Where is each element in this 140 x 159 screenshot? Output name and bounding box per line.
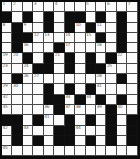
white-cell[interactable] xyxy=(127,12,137,22)
white-cell[interactable] xyxy=(44,43,54,53)
white-cell[interactable]: 9 xyxy=(23,23,33,33)
white-cell[interactable] xyxy=(33,53,43,63)
black-cell xyxy=(54,136,64,146)
black-cell xyxy=(117,74,127,84)
white-cell[interactable] xyxy=(75,136,85,146)
white-cell[interactable]: 27 xyxy=(33,74,43,84)
white-cell[interactable] xyxy=(12,12,22,22)
white-cell[interactable] xyxy=(96,115,106,125)
clue-number: 22 xyxy=(117,53,122,58)
black-cell xyxy=(127,115,137,125)
white-cell[interactable] xyxy=(86,43,96,53)
white-cell[interactable]: 20 xyxy=(12,53,22,63)
white-cell[interactable] xyxy=(33,84,43,94)
white-cell[interactable]: 10 xyxy=(75,23,85,33)
clue-number: 42 xyxy=(3,126,8,131)
white-cell[interactable]: 13 xyxy=(44,33,54,43)
white-cell[interactable] xyxy=(75,74,85,84)
white-cell[interactable]: 7 xyxy=(127,2,137,12)
black-cell xyxy=(86,53,96,63)
white-cell[interactable] xyxy=(127,64,137,74)
white-cell[interactable] xyxy=(106,74,116,84)
clue-number: 32 xyxy=(3,95,8,100)
clue-number: 34 xyxy=(86,95,91,100)
black-cell xyxy=(44,12,54,22)
black-cell xyxy=(106,115,116,125)
white-cell[interactable] xyxy=(127,74,137,84)
clue-number: 8 xyxy=(3,23,6,28)
white-cell[interactable] xyxy=(23,146,33,156)
white-cell[interactable] xyxy=(54,115,64,125)
white-cell[interactable]: 26 xyxy=(23,74,33,84)
white-cell[interactable] xyxy=(65,2,75,12)
black-cell xyxy=(12,33,22,43)
white-cell[interactable] xyxy=(33,126,43,136)
black-cell xyxy=(33,136,43,146)
black-cell xyxy=(86,64,96,74)
white-cell[interactable] xyxy=(54,64,64,74)
black-cell xyxy=(12,23,22,33)
clue-number: 33 xyxy=(65,95,70,100)
white-cell[interactable] xyxy=(127,84,137,94)
white-cell[interactable] xyxy=(96,126,106,136)
white-cell[interactable] xyxy=(86,105,96,115)
white-cell[interactable] xyxy=(33,12,43,22)
clue-number: 4 xyxy=(55,2,58,7)
white-cell[interactable] xyxy=(96,146,106,156)
white-cell[interactable] xyxy=(54,84,64,94)
clue-number: 44 xyxy=(76,126,81,131)
white-cell[interactable] xyxy=(96,53,106,63)
white-cell[interactable] xyxy=(33,95,43,105)
white-cell[interactable] xyxy=(106,23,116,33)
clue-number: 38 xyxy=(76,105,81,110)
white-cell[interactable] xyxy=(54,74,64,84)
clue-number: 37 xyxy=(65,105,70,110)
white-cell[interactable] xyxy=(127,105,137,115)
white-cell[interactable] xyxy=(106,33,116,43)
white-cell[interactable] xyxy=(54,146,64,156)
white-cell[interactable] xyxy=(44,2,54,12)
white-cell[interactable] xyxy=(96,136,106,146)
clue-number: 6 xyxy=(107,2,110,7)
white-cell[interactable]: 39 xyxy=(96,105,106,115)
black-cell xyxy=(33,115,43,125)
white-cell[interactable] xyxy=(12,95,22,105)
white-cell[interactable]: 31 xyxy=(96,84,106,94)
clue-number: 14 xyxy=(65,33,70,38)
white-cell[interactable]: 44 xyxy=(75,126,85,136)
white-cell[interactable] xyxy=(86,126,96,136)
white-cell[interactable] xyxy=(117,146,127,156)
crossword-board: 1234567891011121314151617181920212223242… xyxy=(0,0,140,159)
clue-number: 7 xyxy=(128,2,131,7)
white-cell[interactable]: 17 xyxy=(65,43,75,53)
black-cell xyxy=(44,53,54,63)
white-cell[interactable] xyxy=(33,146,43,156)
white-cell[interactable]: 30 xyxy=(12,84,22,94)
white-cell[interactable] xyxy=(44,146,54,156)
clue-number: 24 xyxy=(23,64,28,69)
white-cell[interactable] xyxy=(127,146,137,156)
black-cell xyxy=(65,126,75,136)
white-cell[interactable] xyxy=(106,43,116,53)
white-cell[interactable] xyxy=(127,53,137,63)
white-cell[interactable] xyxy=(12,105,22,115)
white-cell[interactable] xyxy=(44,74,54,84)
white-cell[interactable] xyxy=(12,64,22,74)
clue-number: 29 xyxy=(3,84,8,89)
clue-number: 45 xyxy=(3,146,8,151)
white-cell[interactable] xyxy=(75,64,85,74)
white-cell[interactable] xyxy=(23,95,33,105)
clue-number: 23 xyxy=(3,64,8,69)
black-cell xyxy=(65,136,75,146)
white-cell[interactable] xyxy=(65,146,75,156)
black-cell xyxy=(12,115,22,125)
black-cell xyxy=(106,136,116,146)
white-cell[interactable] xyxy=(75,2,85,12)
white-cell[interactable]: 34 xyxy=(86,95,96,105)
black-cell xyxy=(106,126,116,136)
white-cell[interactable]: 2 xyxy=(12,2,22,12)
black-cell xyxy=(65,53,75,63)
white-cell[interactable] xyxy=(33,43,43,53)
white-cell[interactable]: 43 xyxy=(23,126,33,136)
white-cell[interactable] xyxy=(106,95,116,105)
white-cell[interactable] xyxy=(106,146,116,156)
black-cell xyxy=(86,115,96,125)
white-cell[interactable]: 1 xyxy=(2,2,12,12)
black-cell xyxy=(54,126,64,136)
white-cell[interactable]: 18 xyxy=(96,43,106,53)
clue-number: 13 xyxy=(44,33,49,38)
clue-number: 39 xyxy=(96,105,101,110)
clue-number: 1 xyxy=(3,2,6,7)
white-cell[interactable] xyxy=(106,12,116,22)
white-cell[interactable] xyxy=(117,2,127,12)
clue-number: 36 xyxy=(44,105,49,110)
white-cell[interactable] xyxy=(75,53,85,63)
clue-number: 19 xyxy=(3,53,8,58)
black-cell xyxy=(117,33,127,43)
white-cell[interactable] xyxy=(44,126,54,136)
black-cell xyxy=(54,95,64,105)
white-cell[interactable] xyxy=(127,43,137,53)
clue-number: 25 xyxy=(107,64,112,69)
white-cell[interactable] xyxy=(2,33,12,43)
black-cell xyxy=(117,12,127,22)
white-cell[interactable]: 6 xyxy=(106,2,116,12)
white-cell[interactable] xyxy=(54,33,64,43)
clue-number: 3 xyxy=(34,2,37,7)
white-cell[interactable] xyxy=(117,126,127,136)
black-cell xyxy=(12,126,22,136)
black-cell xyxy=(44,84,54,94)
white-cell[interactable]: 3 xyxy=(33,2,43,12)
white-cell[interactable] xyxy=(117,136,127,146)
white-cell[interactable]: 21 xyxy=(54,53,64,63)
clue-number: 20 xyxy=(13,53,18,58)
white-cell[interactable] xyxy=(23,105,33,115)
black-cell xyxy=(127,126,137,136)
white-cell[interactable] xyxy=(86,12,96,22)
white-cell[interactable]: 41 xyxy=(44,115,54,125)
clue-number: 28 xyxy=(96,74,101,79)
white-cell[interactable]: 37 xyxy=(65,105,75,115)
white-cell[interactable] xyxy=(117,84,127,94)
clue-number: 5 xyxy=(86,2,89,7)
white-cell[interactable] xyxy=(65,74,75,84)
white-cell[interactable] xyxy=(86,74,96,84)
clue-number: 27 xyxy=(34,74,39,79)
white-cell[interactable] xyxy=(23,136,33,146)
white-cell[interactable] xyxy=(117,64,127,74)
crossword-grid: 1234567891011121314151617181920212223242… xyxy=(2,2,138,156)
black-cell xyxy=(117,23,127,33)
white-cell[interactable] xyxy=(12,146,22,156)
clue-number: 41 xyxy=(44,115,49,120)
clue-number: 16 xyxy=(23,43,28,48)
white-cell[interactable]: 23 xyxy=(2,64,12,74)
white-cell[interactable]: 40 xyxy=(117,105,127,115)
clue-number: 30 xyxy=(13,84,18,89)
white-cell[interactable] xyxy=(54,12,64,22)
clue-number: 9 xyxy=(23,23,26,28)
white-cell[interactable] xyxy=(75,43,85,53)
clue-number: 15 xyxy=(86,33,91,38)
clue-number: 18 xyxy=(96,43,101,48)
white-cell[interactable]: 4 xyxy=(54,2,64,12)
clue-number: 35 xyxy=(3,105,8,110)
white-cell[interactable] xyxy=(23,2,33,12)
black-cell xyxy=(65,12,75,22)
white-cell[interactable]: 35 xyxy=(2,105,12,115)
black-cell xyxy=(106,105,116,115)
clue-number: 40 xyxy=(117,105,122,110)
clue-number: 17 xyxy=(65,43,70,48)
clue-number: 10 xyxy=(76,23,81,28)
white-cell[interactable]: 15 xyxy=(86,33,96,43)
white-cell[interactable] xyxy=(23,84,33,94)
clue-number: 43 xyxy=(23,126,28,131)
white-cell[interactable] xyxy=(127,95,137,105)
white-cell[interactable]: 22 xyxy=(117,53,127,63)
white-cell[interactable]: 25 xyxy=(106,64,116,74)
white-cell[interactable] xyxy=(106,84,116,94)
white-cell[interactable] xyxy=(33,105,43,115)
black-cell xyxy=(65,64,75,74)
white-cell[interactable] xyxy=(54,23,64,33)
white-cell[interactable]: 38 xyxy=(75,105,85,115)
black-cell xyxy=(54,105,64,115)
white-cell[interactable] xyxy=(117,115,127,125)
black-cell xyxy=(65,115,75,125)
white-cell[interactable] xyxy=(75,33,85,43)
black-cell xyxy=(127,136,137,146)
white-cell[interactable]: 11 xyxy=(96,23,106,33)
black-cell xyxy=(12,136,22,146)
clue-number: 12 xyxy=(34,33,39,38)
white-cell[interactable]: 5 xyxy=(86,2,96,12)
white-cell[interactable]: 8 xyxy=(2,23,12,33)
clue-number: 2 xyxy=(13,2,16,7)
white-cell[interactable]: 12 xyxy=(33,33,43,43)
clue-number: 26 xyxy=(23,74,28,79)
black-cell xyxy=(86,136,96,146)
white-cell[interactable]: 45 xyxy=(2,146,12,156)
clue-number: 31 xyxy=(96,84,101,89)
clue-number: 11 xyxy=(96,23,101,28)
white-cell[interactable]: 42 xyxy=(2,126,12,136)
white-cell[interactable] xyxy=(75,146,85,156)
black-cell xyxy=(44,64,54,74)
white-cell[interactable] xyxy=(44,136,54,146)
white-cell[interactable]: 16 xyxy=(23,43,33,53)
white-cell[interactable] xyxy=(127,23,137,33)
white-cell[interactable] xyxy=(127,33,137,43)
white-cell[interactable] xyxy=(75,84,85,94)
crossword-puzzle: 1234567891011121314151617181920212223242… xyxy=(0,0,140,159)
clue-number: 21 xyxy=(55,53,60,58)
white-cell[interactable] xyxy=(86,146,96,156)
white-cell[interactable] xyxy=(96,2,106,12)
